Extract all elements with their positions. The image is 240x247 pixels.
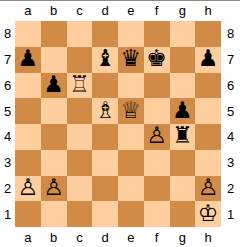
square-g8[interactable] <box>170 21 196 47</box>
piece-white-pawn: ♙ <box>43 176 64 199</box>
rank-label-right-3: 3 <box>221 150 240 176</box>
square-b7[interactable] <box>41 47 67 73</box>
piece-white-bishop: ♗ <box>95 99 116 122</box>
file-label-bottom-a: a <box>15 227 41 247</box>
rank-label-right-4: 4 <box>221 124 240 150</box>
square-c1[interactable] <box>67 201 93 227</box>
square-a1[interactable] <box>15 201 41 227</box>
file-label-bottom-f: f <box>144 227 170 247</box>
square-e4[interactable] <box>118 124 144 150</box>
square-d3[interactable] <box>92 150 118 176</box>
square-h3[interactable] <box>195 150 221 176</box>
square-e7[interactable]: ♛ <box>118 47 144 73</box>
file-label-top-d: d <box>92 1 118 20</box>
square-f1[interactable] <box>144 201 170 227</box>
square-f2[interactable] <box>144 176 170 202</box>
square-b3[interactable] <box>41 150 67 176</box>
square-g2[interactable] <box>170 176 196 202</box>
square-a5[interactable] <box>15 98 41 124</box>
piece-white-pawn: ♙ <box>18 176 39 199</box>
file-label-top-c: c <box>67 1 93 20</box>
square-f5[interactable] <box>144 98 170 124</box>
rank-label-left-7: 7 <box>0 47 15 73</box>
piece-black-pawn: ♟ <box>43 73 64 96</box>
file-label-top-h: h <box>195 1 221 20</box>
square-g3[interactable] <box>170 150 196 176</box>
rank-label-right-2: 2 <box>221 176 240 202</box>
square-e8[interactable] <box>118 21 144 47</box>
square-h1[interactable]: ♔ <box>195 201 221 227</box>
rank-label-left-2: 2 <box>0 176 15 202</box>
rank-label-left-8: 8 <box>0 21 15 47</box>
square-g7[interactable] <box>170 47 196 73</box>
rank-label-left-6: 6 <box>0 73 15 99</box>
square-a8[interactable] <box>15 21 41 47</box>
piece-black-queen: ♛ <box>121 47 142 70</box>
file-label-top-g: g <box>170 1 196 20</box>
piece-white-pawn: ♙ <box>146 124 167 147</box>
file-label-bottom-e: e <box>118 227 144 247</box>
square-c7[interactable] <box>67 47 93 73</box>
square-d1[interactable] <box>92 201 118 227</box>
square-a6[interactable] <box>15 73 41 99</box>
square-e3[interactable] <box>118 150 144 176</box>
square-e6[interactable] <box>118 73 144 99</box>
square-g4[interactable]: ♜ <box>170 124 196 150</box>
square-h6[interactable] <box>195 73 221 99</box>
rank-label-right-6: 6 <box>221 73 240 99</box>
square-c8[interactable] <box>67 21 93 47</box>
square-c4[interactable] <box>67 124 93 150</box>
rank-label-right-8: 8 <box>221 21 240 47</box>
file-label-bottom-g: g <box>170 227 196 247</box>
square-b5[interactable] <box>41 98 67 124</box>
file-label-bottom-c: c <box>67 227 93 247</box>
square-b1[interactable] <box>41 201 67 227</box>
file-label-bottom-d: d <box>92 227 118 247</box>
square-c3[interactable] <box>67 150 93 176</box>
piece-white-queen: ♕ <box>121 99 142 122</box>
file-label-top-f: f <box>144 1 170 20</box>
square-h4[interactable] <box>195 124 221 150</box>
square-f4[interactable]: ♙ <box>144 124 170 150</box>
file-label-top-a: a <box>15 1 41 20</box>
piece-black-king: ♚ <box>146 47 167 70</box>
rank-labels-left: 87654321 <box>0 21 15 227</box>
square-f3[interactable] <box>144 150 170 176</box>
square-h8[interactable] <box>195 21 221 47</box>
square-c2[interactable] <box>67 176 93 202</box>
rank-label-right-5: 5 <box>221 98 240 124</box>
square-h2[interactable]: ♙ <box>195 176 221 202</box>
square-d7[interactable]: ♝ <box>92 47 118 73</box>
square-a3[interactable] <box>15 150 41 176</box>
square-d4[interactable] <box>92 124 118 150</box>
square-a2[interactable]: ♙ <box>15 176 41 202</box>
square-e1[interactable] <box>118 201 144 227</box>
rank-label-right-7: 7 <box>221 47 240 73</box>
rank-labels-right: 87654321 <box>221 21 240 227</box>
rank-label-left-4: 4 <box>0 124 15 150</box>
file-label-top-b: b <box>41 1 67 20</box>
square-h7[interactable]: ♟ <box>195 47 221 73</box>
square-d6[interactable] <box>92 73 118 99</box>
piece-white-pawn: ♙ <box>198 176 219 199</box>
rank-label-left-1: 1 <box>0 201 15 227</box>
square-g1[interactable] <box>170 201 196 227</box>
rank-label-left-3: 3 <box>0 150 15 176</box>
square-e5[interactable]: ♕ <box>118 98 144 124</box>
rank-label-left-5: 5 <box>0 98 15 124</box>
file-label-bottom-h: h <box>195 227 221 247</box>
piece-black-pawn: ♟ <box>18 47 39 70</box>
piece-black-rook: ♜ <box>172 124 193 147</box>
square-g5[interactable]: ♟ <box>170 98 196 124</box>
square-a4[interactable] <box>15 124 41 150</box>
file-labels-bottom: abcdefgh <box>15 227 221 247</box>
file-label-bottom-b: b <box>41 227 67 247</box>
square-f8[interactable] <box>144 21 170 47</box>
square-c5[interactable] <box>67 98 93 124</box>
piece-white-king: ♔ <box>198 202 219 225</box>
square-h5[interactable] <box>195 98 221 124</box>
square-g6[interactable] <box>170 73 196 99</box>
square-c6[interactable]: ♖ <box>67 73 93 99</box>
piece-black-bishop: ♝ <box>95 47 116 70</box>
square-f6[interactable] <box>144 73 170 99</box>
square-d5[interactable]: ♗ <box>92 98 118 124</box>
chess-board: ♟♝♛♚♟♟♖♗♕♟♙♜♙♙♙♔ <box>15 21 221 227</box>
square-b2[interactable]: ♙ <box>41 176 67 202</box>
square-b4[interactable] <box>41 124 67 150</box>
square-b6[interactable]: ♟ <box>41 73 67 99</box>
square-f7[interactable]: ♚ <box>144 47 170 73</box>
square-d8[interactable] <box>92 21 118 47</box>
file-label-top-e: e <box>118 1 144 20</box>
square-e2[interactable] <box>118 176 144 202</box>
chess-diagram: abcdefgh 87654321 ♟♝♛♚♟♟♖♗♕♟♙♜♙♙♙♔ 87654… <box>0 0 240 247</box>
piece-white-rook: ♖ <box>69 73 90 96</box>
square-d2[interactable] <box>92 176 118 202</box>
rank-label-right-1: 1 <box>221 201 240 227</box>
piece-black-pawn: ♟ <box>198 47 219 70</box>
piece-black-pawn: ♟ <box>172 99 193 122</box>
file-labels-top: abcdefgh <box>15 1 221 20</box>
square-b8[interactable] <box>41 21 67 47</box>
square-a7[interactable]: ♟ <box>15 47 41 73</box>
